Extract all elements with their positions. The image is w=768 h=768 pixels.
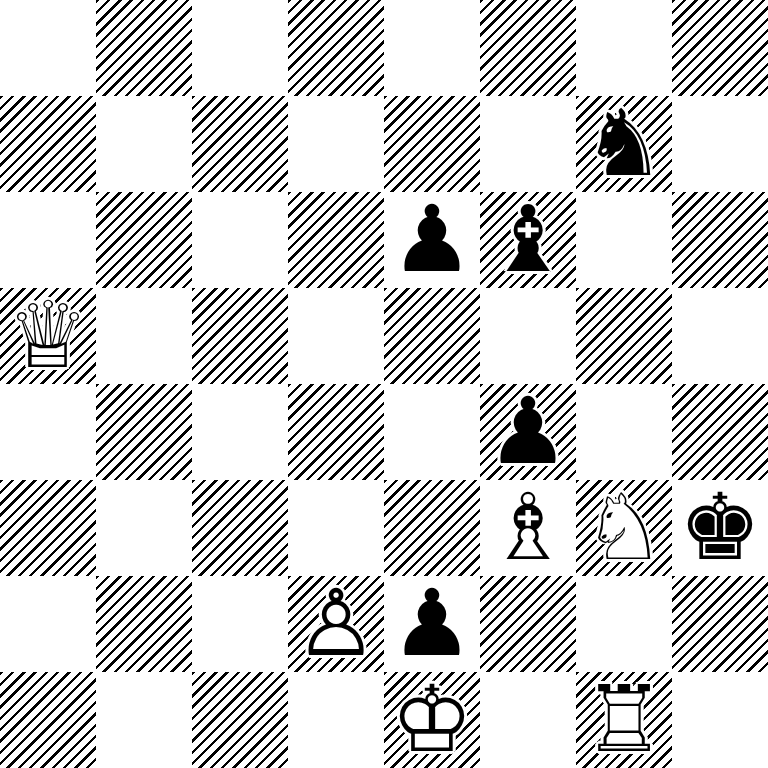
square-h2[interactable] <box>672 576 768 672</box>
square-c5[interactable] <box>192 288 288 384</box>
square-c7[interactable] <box>192 96 288 192</box>
square-e5[interactable] <box>384 288 480 384</box>
square-h6[interactable] <box>672 192 768 288</box>
square-c1[interactable] <box>192 672 288 768</box>
square-a3[interactable] <box>0 480 96 576</box>
square-d7[interactable] <box>288 96 384 192</box>
square-b1[interactable] <box>96 672 192 768</box>
square-g5[interactable] <box>576 288 672 384</box>
square-e6[interactable]: ♟ <box>384 192 480 288</box>
square-g2[interactable] <box>576 576 672 672</box>
square-g4[interactable] <box>576 384 672 480</box>
square-c8[interactable] <box>192 0 288 96</box>
piece-white-bishop-f3[interactable]: ♗ <box>480 480 576 576</box>
square-e4[interactable] <box>384 384 480 480</box>
square-e7[interactable] <box>384 96 480 192</box>
square-h7[interactable] <box>672 96 768 192</box>
piece-white-pawn-d2[interactable]: ♙ <box>288 576 384 672</box>
square-b2[interactable] <box>96 576 192 672</box>
square-b8[interactable] <box>96 0 192 96</box>
square-e2[interactable]: ♟ <box>384 576 480 672</box>
square-a5[interactable]: ♛♕ <box>0 288 96 384</box>
square-b6[interactable] <box>96 192 192 288</box>
square-e8[interactable] <box>384 0 480 96</box>
square-g8[interactable] <box>576 0 672 96</box>
square-g1[interactable]: ♜♖ <box>576 672 672 768</box>
square-h3[interactable]: ♚ <box>672 480 768 576</box>
square-f1[interactable] <box>480 672 576 768</box>
square-g3[interactable]: ♞♘ <box>576 480 672 576</box>
square-g6[interactable] <box>576 192 672 288</box>
square-a8[interactable] <box>0 0 96 96</box>
square-c2[interactable] <box>192 576 288 672</box>
square-f2[interactable] <box>480 576 576 672</box>
piece-white-king-e1[interactable]: ♔ <box>384 672 480 768</box>
square-h5[interactable] <box>672 288 768 384</box>
square-f5[interactable] <box>480 288 576 384</box>
square-a7[interactable] <box>0 96 96 192</box>
piece-black-king-h3[interactable]: ♚ <box>672 480 768 576</box>
piece-white-knight-g3[interactable]: ♘ <box>576 480 672 576</box>
chess-board: ♞♟♝♛♕♟♝♗♞♘♚♟♙♟♚♔♜♖ <box>0 0 768 768</box>
square-c6[interactable] <box>192 192 288 288</box>
square-b3[interactable] <box>96 480 192 576</box>
square-d3[interactable] <box>288 480 384 576</box>
square-a2[interactable] <box>0 576 96 672</box>
square-d5[interactable] <box>288 288 384 384</box>
piece-white-queen-a5[interactable]: ♕ <box>0 288 96 384</box>
square-f7[interactable] <box>480 96 576 192</box>
square-h8[interactable] <box>672 0 768 96</box>
square-c4[interactable] <box>192 384 288 480</box>
square-f6[interactable]: ♝ <box>480 192 576 288</box>
square-d1[interactable] <box>288 672 384 768</box>
piece-black-pawn-f4[interactable]: ♟ <box>480 384 576 480</box>
square-a4[interactable] <box>0 384 96 480</box>
square-b7[interactable] <box>96 96 192 192</box>
square-c3[interactable] <box>192 480 288 576</box>
piece-black-knight-g7[interactable]: ♞ <box>576 96 672 192</box>
square-g7[interactable]: ♞ <box>576 96 672 192</box>
square-f3[interactable]: ♝♗ <box>480 480 576 576</box>
piece-black-pawn-e6[interactable]: ♟ <box>384 192 480 288</box>
square-b4[interactable] <box>96 384 192 480</box>
square-f4[interactable]: ♟ <box>480 384 576 480</box>
square-a1[interactable] <box>0 672 96 768</box>
square-e1[interactable]: ♚♔ <box>384 672 480 768</box>
square-d6[interactable] <box>288 192 384 288</box>
piece-black-pawn-e2[interactable]: ♟ <box>384 576 480 672</box>
piece-white-rook-g1[interactable]: ♖ <box>576 672 672 768</box>
piece-black-bishop-f6[interactable]: ♝ <box>480 192 576 288</box>
square-e3[interactable] <box>384 480 480 576</box>
square-a6[interactable] <box>0 192 96 288</box>
square-f8[interactable] <box>480 0 576 96</box>
square-h1[interactable] <box>672 672 768 768</box>
square-d4[interactable] <box>288 384 384 480</box>
square-d8[interactable] <box>288 0 384 96</box>
square-b5[interactable] <box>96 288 192 384</box>
square-d2[interactable]: ♟♙ <box>288 576 384 672</box>
square-h4[interactable] <box>672 384 768 480</box>
